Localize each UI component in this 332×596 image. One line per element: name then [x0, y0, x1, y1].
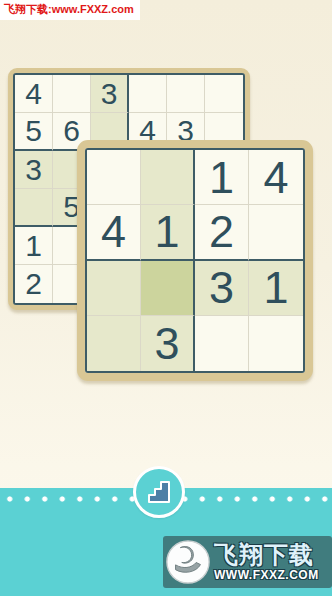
cell-r1c5[interactable] [167, 75, 205, 113]
sudoku-board-front-4x4: 14412313 [77, 140, 313, 381]
cell-r1c3[interactable]: 3 [91, 75, 129, 113]
cell-r4c1[interactable] [15, 189, 53, 227]
cell-r1c3[interactable]: 1 [195, 150, 249, 205]
cell-r4c3[interactable] [195, 316, 249, 371]
cell-r4c2[interactable]: 3 [141, 316, 195, 371]
levels-button[interactable] [133, 466, 185, 518]
cell-r1c2[interactable] [141, 150, 195, 205]
site-watermark: 飞翔下载 WWW.FXXZ.COM [163, 536, 332, 588]
top-watermark-banner: 飞翔下载:www.FXXZ.com [0, 0, 140, 20]
cell-r4c4[interactable] [249, 316, 303, 371]
cell-r2c1[interactable]: 4 [87, 205, 141, 260]
bird-logo-icon [165, 539, 211, 585]
watermark-url: WWW.FXXZ.COM [214, 568, 319, 582]
cell-r4c1[interactable] [87, 316, 141, 371]
cell-r1c6[interactable] [205, 75, 243, 113]
cell-r2c3[interactable]: 2 [195, 205, 249, 260]
cell-r1c2[interactable] [53, 75, 91, 113]
sudoku-grid-front: 14412313 [85, 148, 305, 373]
stairs-levels-icon [146, 479, 172, 505]
cell-r3c3[interactable]: 3 [195, 261, 249, 316]
cell-r1c1[interactable]: 4 [15, 75, 53, 113]
cell-r2c1[interactable]: 5 [15, 113, 53, 151]
cell-r6c1[interactable]: 2 [15, 265, 53, 303]
top-watermark-text: 飞翔下载:www.FXXZ.com [4, 3, 134, 15]
cell-r3c4[interactable]: 1 [249, 261, 303, 316]
cell-r3c1[interactable]: 3 [15, 151, 53, 189]
cell-r1c4[interactable] [129, 75, 167, 113]
watermark-text-block: 飞翔下载 WWW.FXXZ.COM [214, 542, 319, 581]
cell-r5c1[interactable]: 1 [15, 227, 53, 265]
app-screen: 飞翔下载:www.FXXZ.com 4356433512 14412313 从简… [0, 0, 332, 596]
cell-r3c2[interactable] [141, 261, 195, 316]
cell-r1c1[interactable] [87, 150, 141, 205]
cell-r1c4[interactable]: 4 [249, 150, 303, 205]
cell-r3c1[interactable] [87, 261, 141, 316]
cell-r2c2[interactable]: 1 [141, 205, 195, 260]
watermark-title: 飞翔下载 [214, 542, 314, 567]
cell-r2c4[interactable] [249, 205, 303, 260]
